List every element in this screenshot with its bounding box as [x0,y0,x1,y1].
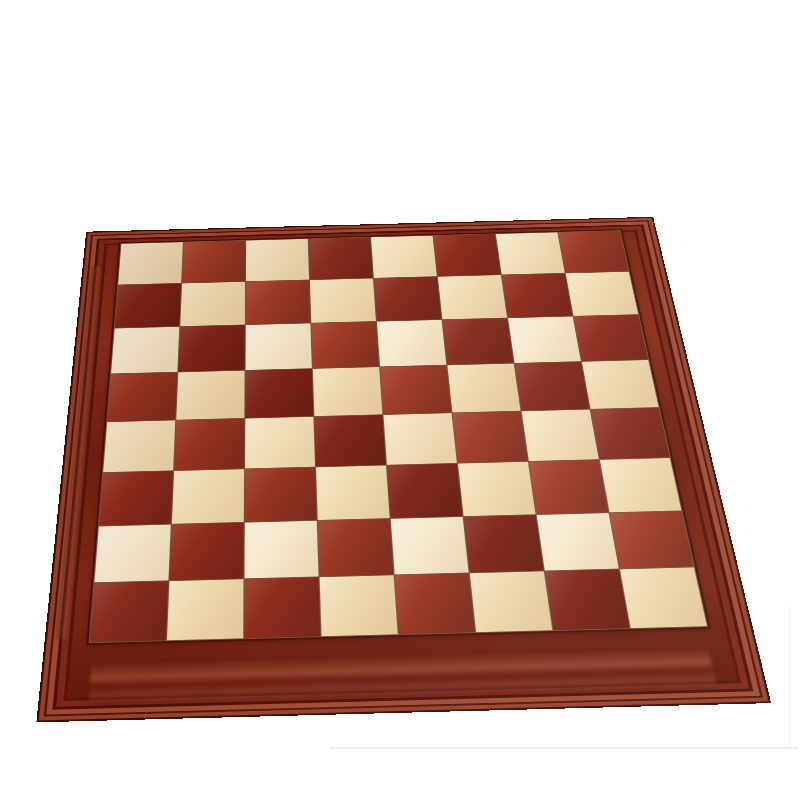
square-f7 [438,275,507,319]
square-h4 [591,408,670,459]
square-c4 [245,417,315,469]
square-g2 [537,513,619,570]
square-g6 [508,317,581,363]
square-h1 [620,567,707,628]
square-a4 [103,420,175,472]
square-f4 [453,411,528,462]
square-e1 [395,573,475,634]
square-e8 [371,236,437,278]
square-d6 [311,322,379,369]
frame-gloss-highlight [88,647,717,705]
square-h8 [558,231,628,273]
square-e2 [391,517,469,575]
square-h2 [610,511,694,568]
square-e6 [377,320,446,366]
square-c3 [245,467,317,522]
square-d3 [316,465,390,519]
square-d4 [314,415,386,467]
square-f2 [464,515,544,572]
square-e7 [374,277,442,321]
square-c7 [246,280,311,324]
square-d5 [313,367,383,416]
square-d2 [318,519,394,577]
square-e4 [383,413,456,465]
square-d8 [309,237,373,279]
square-c6 [246,323,312,370]
square-e3 [387,464,463,518]
square-g4 [522,410,599,461]
square-h5 [582,360,659,409]
square-b3 [172,469,244,524]
square-g5 [515,362,590,411]
square-f6 [442,318,513,364]
square-f3 [458,462,536,516]
square-h6 [574,315,648,361]
square-a2 [94,525,170,583]
square-b5 [176,371,244,420]
square-g8 [496,232,565,274]
square-g7 [502,273,573,317]
square-b6 [178,325,245,372]
chessboard-plane [36,217,771,723]
square-b2 [169,523,243,581]
square-c1 [244,577,320,638]
square-c2 [245,521,319,579]
square-g1 [545,569,630,630]
square-d7 [310,278,376,322]
square-a3 [99,471,173,526]
square-b4 [174,419,244,471]
square-h3 [600,458,681,512]
square-f5 [447,364,520,413]
square-b7 [180,282,245,326]
square-c5 [245,369,313,418]
square-f8 [433,234,500,276]
square-d1 [320,575,398,636]
square-a8 [118,242,183,284]
board-frame-molding [36,217,771,723]
square-a7 [115,283,181,327]
square-b1 [167,579,244,640]
square-a1 [90,581,169,642]
square-a6 [111,327,179,374]
square-a5 [107,372,177,421]
square-c8 [246,239,309,281]
chessboard [88,230,708,643]
square-b8 [182,241,245,283]
square-f1 [470,571,553,632]
square-h7 [566,272,638,316]
square-e5 [380,365,451,414]
photo-background [0,0,800,800]
chessboard-photo [0,0,800,800]
square-g3 [529,460,609,514]
